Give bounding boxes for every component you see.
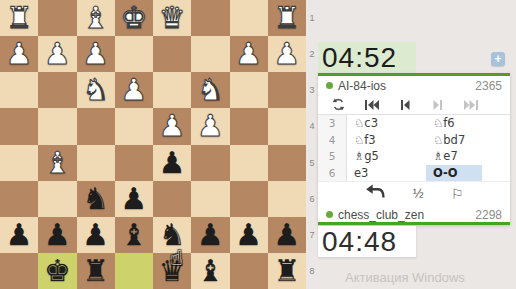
move-3-white[interactable]: ♘c3	[347, 115, 426, 132]
white-pawn[interactable]: ♟	[197, 111, 224, 141]
black-rook[interactable]: ♜	[82, 256, 109, 286]
square-c2[interactable]	[191, 36, 229, 72]
rank-label-4: 4	[306, 108, 318, 144]
square-f3[interactable]: ♞	[77, 72, 115, 108]
square-h4[interactable]	[0, 108, 38, 144]
square-f1[interactable]: ♝	[77, 0, 115, 36]
square-a4[interactable]	[268, 108, 306, 144]
black-rook[interactable]: ♜	[273, 256, 300, 286]
square-d6[interactable]	[153, 181, 191, 217]
rank-label-6: 6	[306, 181, 318, 217]
square-b2[interactable]: ♟	[230, 36, 268, 72]
square-e7[interactable]: ♝	[115, 217, 153, 253]
square-e6[interactable]: ♟	[115, 181, 153, 217]
top-player-rating: 2365	[475, 79, 502, 93]
hand-cursor-icon: ☝	[170, 248, 183, 269]
square-d1[interactable]: ♛	[153, 0, 191, 36]
rank-label-7: 7	[306, 217, 318, 253]
white-rook[interactable]: ♜	[6, 3, 33, 33]
rank-label-8: 8	[306, 253, 318, 289]
online-status-icon	[326, 82, 333, 89]
square-d4[interactable]: ♟	[153, 108, 191, 144]
square-g6[interactable]	[38, 181, 76, 217]
black-pawn[interactable]: ♟	[82, 220, 109, 250]
windows-activation-watermark: Активация Windows	[345, 270, 465, 285]
white-knight[interactable]: ♞	[197, 75, 224, 105]
white-bishop[interactable]: ♝	[44, 148, 71, 178]
top-player-name[interactable]: AI-84-ios	[338, 79, 386, 93]
square-h1[interactable]: ♜	[0, 0, 38, 36]
rank-label-1: 1	[306, 0, 318, 36]
game-panel: AI-84-ios 2365	[318, 73, 510, 225]
square-d3[interactable]	[153, 72, 191, 108]
white-pawn[interactable]: ♟	[235, 39, 262, 69]
rank-label-3: 3	[306, 72, 318, 108]
rank-label-2: 2	[306, 36, 318, 72]
square-c4[interactable]: ♟	[191, 108, 229, 144]
takeback-icon[interactable]	[365, 184, 386, 203]
square-d2[interactable]	[153, 36, 191, 72]
rank-label-5: 5	[306, 145, 318, 181]
step-forward-icon[interactable]	[421, 97, 454, 113]
square-c5[interactable]	[191, 145, 229, 181]
square-b1[interactable]	[230, 0, 268, 36]
move-navigation-toolbar	[318, 95, 510, 114]
add-button[interactable]: +	[491, 52, 505, 66]
black-pawn[interactable]: ♟	[6, 220, 33, 250]
move-5-black[interactable]: ♗e7	[426, 148, 510, 165]
white-queen[interactable]: ♛	[159, 3, 186, 33]
black-pawn[interactable]: ♟	[197, 220, 224, 250]
white-pawn[interactable]: ♟	[82, 39, 109, 69]
black-pawn[interactable]: ♟	[159, 148, 186, 178]
square-g5[interactable]: ♝	[38, 145, 76, 181]
square-a3[interactable]	[268, 72, 306, 108]
square-f2[interactable]: ♟	[77, 36, 115, 72]
square-c3[interactable]: ♞	[191, 72, 229, 108]
square-c1[interactable]	[191, 0, 229, 36]
move-6-black[interactable]: O-O	[426, 165, 510, 182]
online-status-icon	[326, 211, 333, 218]
move-number: 5	[318, 148, 347, 165]
move-4-black[interactable]: ♘bd7	[426, 132, 510, 149]
bottom-player-clock: 04:48	[318, 226, 416, 257]
black-pawn[interactable]: ♟	[235, 220, 262, 250]
white-pawn[interactable]: ♟	[6, 39, 33, 69]
jump-to-start-icon[interactable]	[355, 97, 388, 113]
chess-board[interactable]: ♜♝♚♛♜♟♟♟♟♟♞♟♞♟♟♝♟♞♟♟♟♟♝♞♟♟♟♚♜♛♝♜	[0, 0, 306, 289]
square-c7[interactable]: ♟	[191, 217, 229, 253]
square-g2[interactable]: ♟	[38, 36, 76, 72]
resign-flag-icon[interactable]: ⚐	[451, 187, 464, 201]
square-e1[interactable]: ♚	[115, 0, 153, 36]
black-pawn[interactable]: ♟	[273, 220, 300, 250]
bottom-player-name[interactable]: chess_club_zen	[338, 208, 424, 222]
square-g4[interactable]	[38, 108, 76, 144]
square-e8[interactable]	[115, 253, 153, 289]
square-g7[interactable]: ♟	[38, 217, 76, 253]
square-g3[interactable]	[38, 72, 76, 108]
square-a8[interactable]: ♜	[268, 253, 306, 289]
step-back-icon[interactable]	[388, 97, 421, 113]
bottom-player-rating: 2298	[475, 208, 502, 222]
jump-to-end-icon[interactable]	[454, 97, 487, 113]
white-pawn[interactable]: ♟	[273, 39, 300, 69]
white-king[interactable]: ♚	[120, 3, 147, 33]
square-f5[interactable]	[77, 145, 115, 181]
square-b6[interactable]	[230, 181, 268, 217]
flip-board-icon[interactable]	[322, 97, 355, 113]
square-f4[interactable]	[77, 108, 115, 144]
white-pawn[interactable]: ♟	[44, 39, 71, 69]
square-c6[interactable]	[191, 181, 229, 217]
square-a7[interactable]: ♟	[268, 217, 306, 253]
white-rook[interactable]: ♜	[273, 3, 300, 33]
move-6-white[interactable]: e3	[347, 165, 426, 182]
square-h6[interactable]	[0, 181, 38, 217]
black-pawn[interactable]: ♟	[44, 220, 71, 250]
square-e5[interactable]	[115, 145, 153, 181]
offer-draw-button[interactable]: ½	[413, 186, 424, 201]
black-pawn[interactable]: ♟	[120, 184, 147, 214]
move-number: 4	[318, 132, 347, 149]
black-bishop[interactable]: ♝	[120, 220, 147, 250]
rank-coordinates: 12345678	[306, 0, 318, 289]
move-number: 6	[318, 165, 347, 182]
square-b7[interactable]: ♟	[230, 217, 268, 253]
square-c8[interactable]: ♝	[191, 253, 229, 289]
square-a2[interactable]: ♟	[268, 36, 306, 72]
square-h3[interactable]	[0, 72, 38, 108]
square-b5[interactable]	[230, 145, 268, 181]
white-pawn[interactable]: ♟	[159, 111, 186, 141]
square-h7[interactable]: ♟	[0, 217, 38, 253]
square-f8[interactable]: ♜	[77, 253, 115, 289]
game-action-buttons: ½ ⚐	[318, 182, 510, 205]
square-a6[interactable]	[268, 181, 306, 217]
move-5-white[interactable]: ♗g5	[347, 148, 426, 165]
top-player-clock: 04:52	[318, 42, 416, 73]
square-e2[interactable]	[115, 36, 153, 72]
square-b8[interactable]	[230, 253, 268, 289]
square-a1[interactable]: ♜	[268, 0, 306, 36]
black-knight[interactable]: ♞	[82, 184, 109, 214]
square-h8[interactable]	[0, 253, 38, 289]
move-list: 3♘c3♘f64♘f3♘bd75♗g5♗e76e3O-O	[318, 114, 510, 182]
square-b3[interactable]	[230, 72, 268, 108]
white-pawn[interactable]: ♟	[120, 75, 147, 105]
square-e3[interactable]: ♟	[115, 72, 153, 108]
square-e4[interactable]	[115, 108, 153, 144]
square-a5[interactable]	[268, 145, 306, 181]
square-h5[interactable]	[0, 145, 38, 181]
top-player-row[interactable]: AI-84-ios 2365	[318, 76, 510, 95]
square-f6[interactable]: ♞	[77, 181, 115, 217]
move-3-black[interactable]: ♘f6	[426, 115, 510, 132]
black-king[interactable]: ♚	[44, 256, 71, 286]
white-bishop[interactable]: ♝	[82, 3, 109, 33]
move-4-white[interactable]: ♘f3	[347, 132, 426, 149]
square-g1[interactable]	[38, 0, 76, 36]
square-h2[interactable]: ♟	[0, 36, 38, 72]
move-number: 3	[318, 115, 347, 132]
white-knight[interactable]: ♞	[82, 75, 109, 105]
square-d5[interactable]: ♟	[153, 145, 191, 181]
square-g8[interactable]: ♚	[38, 253, 76, 289]
square-b4[interactable]	[230, 108, 268, 144]
black-bishop[interactable]: ♝	[197, 256, 224, 286]
bottom-player-row[interactable]: chess_club_zen 2298	[318, 205, 510, 224]
square-f7[interactable]: ♟	[77, 217, 115, 253]
